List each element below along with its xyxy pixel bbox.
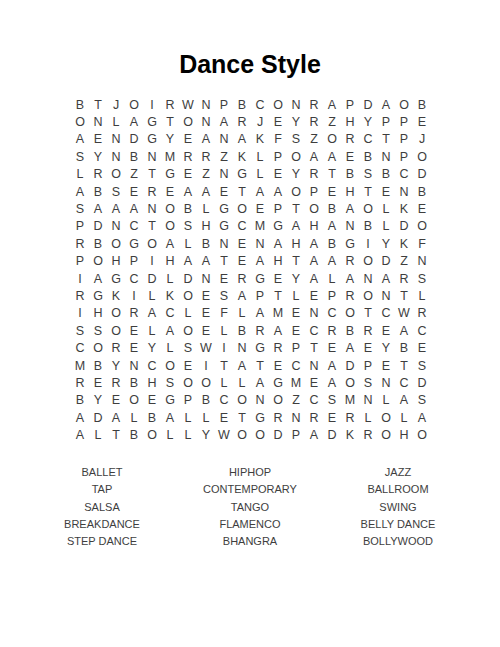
grid-cell[interactable]: S <box>215 287 233 304</box>
grid-cell[interactable]: N <box>341 218 359 235</box>
grid-cell[interactable]: R <box>107 374 125 391</box>
grid-cell[interactable]: O <box>305 200 323 217</box>
grid-cell[interactable]: S <box>71 322 89 339</box>
grid-cell[interactable]: G <box>251 409 269 426</box>
grid-cell[interactable]: B <box>395 339 413 356</box>
grid-cell[interactable]: A <box>197 253 215 270</box>
grid-cell[interactable]: A <box>341 270 359 287</box>
grid-cell[interactable]: N <box>377 148 395 165</box>
grid-cell[interactable]: Y <box>197 426 215 443</box>
grid-cell[interactable]: Y <box>377 235 395 252</box>
grid-cell[interactable]: S <box>413 357 431 374</box>
grid-cell[interactable]: L <box>161 339 179 356</box>
grid-cell[interactable]: A <box>305 148 323 165</box>
grid-cell[interactable]: R <box>89 166 107 183</box>
grid-cell[interactable]: N <box>287 96 305 113</box>
grid-cell[interactable]: O <box>287 148 305 165</box>
grid-cell[interactable]: A <box>269 235 287 252</box>
grid-cell[interactable]: G <box>215 200 233 217</box>
grid-cell[interactable]: R <box>305 409 323 426</box>
grid-cell[interactable]: R <box>125 305 143 322</box>
grid-cell[interactable]: E <box>413 200 431 217</box>
grid-cell[interactable]: C <box>323 305 341 322</box>
grid-cell[interactable]: H <box>107 253 125 270</box>
grid-cell[interactable]: P <box>215 96 233 113</box>
grid-cell[interactable]: I <box>359 235 377 252</box>
grid-cell[interactable]: Z <box>197 166 215 183</box>
grid-cell[interactable]: N <box>413 253 431 270</box>
grid-cell[interactable]: W <box>179 96 197 113</box>
grid-cell[interactable]: O <box>233 426 251 443</box>
grid-cell[interactable]: B <box>341 166 359 183</box>
grid-cell[interactable]: O <box>395 96 413 113</box>
grid-cell[interactable]: R <box>197 148 215 165</box>
grid-cell[interactable]: N <box>107 148 125 165</box>
grid-cell[interactable]: A <box>71 131 89 148</box>
grid-cell[interactable]: B <box>233 96 251 113</box>
grid-cell[interactable]: O <box>269 392 287 409</box>
grid-cell[interactable]: O <box>107 235 125 252</box>
grid-cell[interactable]: G <box>89 287 107 304</box>
grid-cell[interactable]: L <box>251 148 269 165</box>
grid-cell[interactable]: L <box>377 200 395 217</box>
grid-cell[interactable]: E <box>89 131 107 148</box>
grid-cell[interactable]: A <box>215 113 233 130</box>
grid-cell[interactable]: C <box>233 218 251 235</box>
grid-cell[interactable]: H <box>341 183 359 200</box>
grid-cell[interactable]: G <box>215 218 233 235</box>
grid-cell[interactable]: Y <box>89 148 107 165</box>
grid-cell[interactable]: M <box>71 357 89 374</box>
grid-cell[interactable]: C <box>377 305 395 322</box>
grid-cell[interactable]: N <box>197 270 215 287</box>
grid-cell[interactable]: E <box>269 357 287 374</box>
grid-cell[interactable]: S <box>359 374 377 391</box>
grid-cell[interactable]: L <box>107 113 125 130</box>
grid-cell[interactable]: B <box>377 166 395 183</box>
grid-cell[interactable]: P <box>377 113 395 130</box>
grid-cell[interactable]: G <box>269 218 287 235</box>
grid-cell[interactable]: C <box>251 96 269 113</box>
grid-cell[interactable]: N <box>197 113 215 130</box>
grid-cell[interactable]: B <box>89 235 107 252</box>
grid-cell[interactable]: L <box>215 322 233 339</box>
grid-cell[interactable]: R <box>341 131 359 148</box>
grid-cell[interactable]: S <box>89 322 107 339</box>
grid-cell[interactable]: C <box>71 339 89 356</box>
grid-cell[interactable]: L <box>413 287 431 304</box>
grid-cell[interactable]: R <box>161 96 179 113</box>
grid-cell[interactable]: M <box>269 305 287 322</box>
grid-cell[interactable]: R <box>305 166 323 183</box>
grid-cell[interactable]: L <box>179 426 197 443</box>
grid-cell[interactable]: S <box>413 392 431 409</box>
grid-cell[interactable]: R <box>107 339 125 356</box>
grid-cell[interactable]: T <box>395 357 413 374</box>
grid-cell[interactable]: A <box>323 96 341 113</box>
grid-cell[interactable]: K <box>395 235 413 252</box>
grid-cell[interactable]: G <box>161 392 179 409</box>
grid-cell[interactable]: N <box>359 392 377 409</box>
grid-cell[interactable]: P <box>71 218 89 235</box>
grid-cell[interactable]: Y <box>89 392 107 409</box>
grid-cell[interactable]: O <box>161 218 179 235</box>
grid-cell[interactable]: O <box>179 113 197 130</box>
grid-cell[interactable]: H <box>287 235 305 252</box>
grid-cell[interactable]: R <box>143 183 161 200</box>
grid-cell[interactable]: F <box>269 131 287 148</box>
grid-cell[interactable]: T <box>107 426 125 443</box>
grid-cell[interactable]: N <box>251 392 269 409</box>
grid-cell[interactable]: E <box>197 305 215 322</box>
grid-cell[interactable]: E <box>359 339 377 356</box>
grid-cell[interactable]: A <box>323 253 341 270</box>
grid-cell[interactable]: E <box>125 322 143 339</box>
grid-cell[interactable]: N <box>89 113 107 130</box>
grid-cell[interactable]: E <box>341 148 359 165</box>
grid-cell[interactable]: P <box>395 148 413 165</box>
grid-cell[interactable]: A <box>143 305 161 322</box>
grid-cell[interactable]: E <box>143 392 161 409</box>
grid-cell[interactable]: A <box>377 270 395 287</box>
grid-cell[interactable]: D <box>125 131 143 148</box>
grid-cell[interactable]: P <box>287 426 305 443</box>
grid-cell[interactable]: A <box>179 253 197 270</box>
grid-cell[interactable]: B <box>197 235 215 252</box>
grid-cell[interactable]: P <box>395 113 413 130</box>
grid-cell[interactable]: A <box>125 113 143 130</box>
grid-cell[interactable]: N <box>215 166 233 183</box>
grid-cell[interactable]: B <box>197 392 215 409</box>
grid-cell[interactable]: B <box>323 235 341 252</box>
grid-cell[interactable]: O <box>413 218 431 235</box>
grid-cell[interactable]: N <box>143 148 161 165</box>
grid-cell[interactable]: A <box>305 270 323 287</box>
grid-cell[interactable]: Y <box>287 270 305 287</box>
grid-cell[interactable]: E <box>305 374 323 391</box>
grid-cell[interactable]: L <box>197 409 215 426</box>
grid-cell[interactable]: D <box>89 409 107 426</box>
grid-cell[interactable]: L <box>161 426 179 443</box>
grid-cell[interactable]: I <box>197 357 215 374</box>
grid-cell[interactable]: T <box>305 339 323 356</box>
grid-cell[interactable]: N <box>233 339 251 356</box>
grid-cell[interactable]: B <box>413 96 431 113</box>
grid-cell[interactable]: O <box>287 183 305 200</box>
grid-cell[interactable]: A <box>395 322 413 339</box>
grid-cell[interactable]: P <box>251 287 269 304</box>
grid-cell[interactable]: S <box>71 148 89 165</box>
grid-cell[interactable]: P <box>125 253 143 270</box>
grid-cell[interactable]: T <box>233 409 251 426</box>
grid-cell[interactable]: T <box>269 287 287 304</box>
grid-cell[interactable]: D <box>323 426 341 443</box>
grid-cell[interactable]: L <box>197 200 215 217</box>
grid-cell[interactable]: L <box>377 218 395 235</box>
grid-cell[interactable]: E <box>251 200 269 217</box>
grid-cell[interactable]: H <box>305 218 323 235</box>
grid-cell[interactable]: L <box>395 409 413 426</box>
grid-cell[interactable]: R <box>233 113 251 130</box>
grid-cell[interactable]: Y <box>377 339 395 356</box>
grid-cell[interactable]: O <box>341 305 359 322</box>
grid-cell[interactable]: O <box>233 392 251 409</box>
grid-cell[interactable]: B <box>71 392 89 409</box>
grid-cell[interactable]: R <box>359 426 377 443</box>
grid-cell[interactable]: R <box>233 270 251 287</box>
grid-cell[interactable]: D <box>89 218 107 235</box>
grid-cell[interactable]: N <box>125 357 143 374</box>
grid-cell[interactable]: W <box>215 426 233 443</box>
grid-cell[interactable]: N <box>287 409 305 426</box>
grid-cell[interactable]: A <box>71 426 89 443</box>
grid-cell[interactable]: O <box>71 113 89 130</box>
grid-cell[interactable]: P <box>71 253 89 270</box>
grid-cell[interactable]: B <box>233 322 251 339</box>
grid-cell[interactable]: E <box>89 374 107 391</box>
grid-cell[interactable]: E <box>125 339 143 356</box>
grid-cell[interactable]: E <box>377 183 395 200</box>
grid-cell[interactable]: R <box>71 235 89 252</box>
grid-cell[interactable]: E <box>413 113 431 130</box>
grid-cell[interactable]: M <box>161 148 179 165</box>
grid-cell[interactable]: K <box>251 131 269 148</box>
grid-cell[interactable]: E <box>269 166 287 183</box>
grid-cell[interactable]: O <box>413 426 431 443</box>
grid-cell[interactable]: Y <box>161 131 179 148</box>
grid-cell[interactable]: E <box>215 409 233 426</box>
grid-cell[interactable]: L <box>215 374 233 391</box>
grid-cell[interactable]: O <box>233 200 251 217</box>
grid-cell[interactable]: I <box>143 253 161 270</box>
grid-cell[interactable]: J <box>107 96 125 113</box>
grid-cell[interactable]: N <box>377 287 395 304</box>
grid-cell[interactable]: B <box>341 322 359 339</box>
grid-cell[interactable]: D <box>143 270 161 287</box>
grid-cell[interactable]: A <box>323 357 341 374</box>
grid-cell[interactable]: E <box>107 392 125 409</box>
grid-cell[interactable]: L <box>179 235 197 252</box>
grid-cell[interactable]: O <box>107 166 125 183</box>
grid-cell[interactable]: G <box>143 113 161 130</box>
grid-cell[interactable]: C <box>215 392 233 409</box>
grid-cell[interactable]: A <box>71 409 89 426</box>
grid-cell[interactable]: A <box>179 183 197 200</box>
grid-cell[interactable]: L <box>143 322 161 339</box>
grid-cell[interactable]: C <box>359 131 377 148</box>
grid-cell[interactable]: H <box>161 253 179 270</box>
grid-cell[interactable]: L <box>179 409 197 426</box>
grid-cell[interactable]: B <box>71 96 89 113</box>
grid-cell[interactable]: B <box>179 200 197 217</box>
grid-cell[interactable]: T <box>251 357 269 374</box>
grid-cell[interactable]: R <box>341 253 359 270</box>
grid-cell[interactable]: Z <box>215 148 233 165</box>
grid-cell[interactable]: H <box>395 426 413 443</box>
grid-cell[interactable]: C <box>143 357 161 374</box>
grid-cell[interactable]: N <box>395 183 413 200</box>
grid-cell[interactable]: H <box>269 253 287 270</box>
grid-cell[interactable]: C <box>125 218 143 235</box>
grid-cell[interactable]: T <box>215 253 233 270</box>
grid-cell[interactable]: N <box>359 270 377 287</box>
grid-cell[interactable]: B <box>125 374 143 391</box>
grid-cell[interactable]: D <box>359 96 377 113</box>
grid-cell[interactable]: O <box>359 253 377 270</box>
grid-cell[interactable]: A <box>161 322 179 339</box>
grid-cell[interactable]: A <box>161 409 179 426</box>
grid-cell[interactable]: L <box>359 409 377 426</box>
grid-cell[interactable]: N <box>251 235 269 252</box>
grid-cell[interactable]: Y <box>143 339 161 356</box>
grid-cell[interactable]: N <box>215 235 233 252</box>
grid-cell[interactable]: A <box>233 287 251 304</box>
grid-cell[interactable]: C <box>395 166 413 183</box>
grid-cell[interactable]: A <box>323 374 341 391</box>
grid-cell[interactable]: A <box>287 218 305 235</box>
grid-cell[interactable]: Z <box>287 392 305 409</box>
grid-cell[interactable]: N <box>197 96 215 113</box>
grid-cell[interactable]: A <box>413 409 431 426</box>
grid-cell[interactable]: B <box>413 183 431 200</box>
grid-cell[interactable]: C <box>161 305 179 322</box>
grid-cell[interactable]: R <box>395 270 413 287</box>
grid-cell[interactable]: O <box>341 374 359 391</box>
grid-cell[interactable]: A <box>197 183 215 200</box>
grid-cell[interactable]: A <box>107 200 125 217</box>
grid-cell[interactable]: L <box>233 305 251 322</box>
grid-cell[interactable]: A <box>305 253 323 270</box>
grid-cell[interactable]: E <box>179 166 197 183</box>
grid-cell[interactable]: A <box>71 183 89 200</box>
grid-cell[interactable]: A <box>233 131 251 148</box>
grid-cell[interactable]: E <box>179 131 197 148</box>
grid-cell[interactable]: D <box>413 374 431 391</box>
grid-cell[interactable]: T <box>359 183 377 200</box>
grid-cell[interactable]: A <box>323 148 341 165</box>
grid-cell[interactable]: L <box>179 305 197 322</box>
grid-cell[interactable]: D <box>413 166 431 183</box>
grid-cell[interactable]: O <box>377 409 395 426</box>
grid-cell[interactable]: O <box>197 374 215 391</box>
grid-cell[interactable]: A <box>233 357 251 374</box>
grid-cell[interactable]: M <box>287 374 305 391</box>
grid-cell[interactable]: M <box>251 218 269 235</box>
grid-cell[interactable]: P <box>305 183 323 200</box>
grid-cell[interactable]: O <box>269 96 287 113</box>
grid-cell[interactable]: B <box>89 357 107 374</box>
grid-cell[interactable]: G <box>125 235 143 252</box>
grid-cell[interactable]: H <box>143 374 161 391</box>
grid-cell[interactable]: K <box>161 287 179 304</box>
grid-cell[interactable]: L <box>251 166 269 183</box>
grid-cell[interactable]: C <box>413 322 431 339</box>
grid-cell[interactable]: S <box>107 183 125 200</box>
grid-cell[interactable]: G <box>233 166 251 183</box>
grid-cell[interactable]: F <box>215 305 233 322</box>
grid-cell[interactable]: R <box>179 148 197 165</box>
grid-cell[interactable]: C <box>305 322 323 339</box>
grid-cell[interactable]: G <box>251 270 269 287</box>
grid-cell[interactable]: J <box>413 131 431 148</box>
grid-cell[interactable]: O <box>125 96 143 113</box>
grid-cell[interactable]: O <box>107 322 125 339</box>
grid-cell[interactable]: D <box>341 357 359 374</box>
grid-cell[interactable]: T <box>233 183 251 200</box>
grid-cell[interactable]: G <box>161 166 179 183</box>
grid-cell[interactable]: Y <box>359 113 377 130</box>
grid-cell[interactable]: A <box>305 235 323 252</box>
grid-cell[interactable]: D <box>269 426 287 443</box>
grid-cell[interactable]: A <box>89 200 107 217</box>
grid-cell[interactable]: S <box>179 339 197 356</box>
grid-cell[interactable]: L <box>323 270 341 287</box>
grid-cell[interactable]: C <box>125 270 143 287</box>
grid-cell[interactable]: E <box>179 357 197 374</box>
grid-cell[interactable]: I <box>125 287 143 304</box>
grid-cell[interactable]: A <box>125 200 143 217</box>
grid-cell[interactable]: G <box>107 270 125 287</box>
grid-cell[interactable]: G <box>251 339 269 356</box>
grid-cell[interactable]: E <box>197 287 215 304</box>
grid-cell[interactable]: H <box>89 305 107 322</box>
grid-cell[interactable]: T <box>395 287 413 304</box>
grid-cell[interactable]: T <box>377 131 395 148</box>
grid-cell[interactable]: R <box>341 409 359 426</box>
grid-cell[interactable]: B <box>125 148 143 165</box>
grid-cell[interactable]: E <box>269 270 287 287</box>
grid-cell[interactable]: P <box>395 131 413 148</box>
grid-cell[interactable]: A <box>251 374 269 391</box>
grid-cell[interactable]: S <box>71 200 89 217</box>
grid-cell[interactable]: R <box>323 322 341 339</box>
grid-cell[interactable]: A <box>269 183 287 200</box>
grid-cell[interactable]: T <box>143 166 161 183</box>
grid-cell[interactable]: Z <box>125 166 143 183</box>
grid-cell[interactable]: N <box>377 374 395 391</box>
grid-cell[interactable]: A <box>197 131 215 148</box>
grid-cell[interactable]: Z <box>323 113 341 130</box>
grid-cell[interactable]: B <box>359 148 377 165</box>
grid-cell[interactable]: L <box>89 426 107 443</box>
grid-cell[interactable]: E <box>161 183 179 200</box>
grid-cell[interactable]: G <box>341 235 359 252</box>
grid-cell[interactable]: E <box>287 305 305 322</box>
grid-cell[interactable]: A <box>341 339 359 356</box>
grid-cell[interactable]: P <box>269 200 287 217</box>
grid-cell[interactable]: O <box>179 287 197 304</box>
grid-cell[interactable]: L <box>377 392 395 409</box>
grid-cell[interactable]: A <box>323 218 341 235</box>
grid-cell[interactable]: H <box>341 113 359 130</box>
grid-cell[interactable]: G <box>143 131 161 148</box>
grid-cell[interactable]: S <box>413 270 431 287</box>
grid-cell[interactable]: M <box>341 392 359 409</box>
grid-cell[interactable]: B <box>125 426 143 443</box>
grid-cell[interactable]: P <box>323 287 341 304</box>
grid-cell[interactable]: A <box>251 305 269 322</box>
grid-cell[interactable]: C <box>305 392 323 409</box>
grid-cell[interactable]: N <box>107 131 125 148</box>
grid-cell[interactable]: K <box>341 426 359 443</box>
grid-cell[interactable]: T <box>359 305 377 322</box>
grid-cell[interactable]: E <box>377 322 395 339</box>
grid-cell[interactable]: E <box>215 270 233 287</box>
grid-cell[interactable]: S <box>359 166 377 183</box>
grid-cell[interactable]: P <box>341 96 359 113</box>
grid-cell[interactable]: O <box>179 374 197 391</box>
grid-cell[interactable]: K <box>107 287 125 304</box>
